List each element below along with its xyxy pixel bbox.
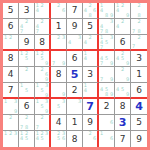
cell-r2c2[interactable]: 247	[19, 19, 35, 35]
cell-r5c4[interactable]: 8	[51, 67, 67, 83]
given-digit: 2	[72, 86, 78, 95]
cell-r9c4[interactable]: 2356	[51, 131, 67, 147]
pencil-marks: 1245	[19, 131, 34, 147]
cell-r3c2[interactable]: 9	[19, 35, 35, 51]
cell-r1c9[interactable]: 28	[131, 3, 147, 19]
given-digit: 1	[72, 118, 78, 127]
given-digit: 1	[136, 70, 142, 79]
cell-r7c3[interactable]: 1359	[35, 99, 51, 115]
cell-r1c2[interactable]: 3	[19, 3, 35, 19]
entry-digit: 4	[135, 101, 143, 112]
pencil-marks: 1249	[115, 3, 130, 18]
pencil-marks: 278	[19, 115, 34, 130]
pencil-marks: 24	[115, 19, 130, 34]
cell-r1c1[interactable]: 5	[3, 3, 19, 19]
cell-r2c3[interactable]: 247	[35, 19, 51, 35]
cell-r3c7[interactable]: 13457	[99, 35, 115, 51]
pencil-marks: 3	[67, 99, 82, 114]
given-digit: 6	[120, 38, 126, 47]
pencil-marks: 247	[19, 19, 34, 34]
pencil-marks: 79	[99, 67, 114, 82]
given-digit: 5	[136, 118, 142, 127]
cell-r4c7[interactable]: 4579	[99, 51, 115, 67]
given-digit: 9	[136, 135, 142, 144]
cell-r8c1[interactable]: 2	[3, 115, 19, 131]
cell-r7c8[interactable]: 8	[115, 99, 131, 115]
cell-r1c5[interactable]: 7	[67, 3, 83, 19]
cell-r6c4[interactable]: 9	[51, 83, 67, 99]
given-digit: 6	[72, 54, 78, 63]
given-digit: 3	[136, 54, 142, 63]
cell-r6c1[interactable]: 7	[3, 83, 19, 99]
entry-digit: 3	[119, 117, 127, 128]
pencil-marks: 4589	[99, 83, 114, 97]
cell-r5c7[interactable]: 79	[99, 67, 115, 83]
pencil-marks: 6	[99, 115, 114, 130]
cell-r1c6[interactable]: 2468	[83, 3, 99, 19]
cell-r8c4[interactable]: 4	[51, 115, 67, 131]
cell-r9c7[interactable]: 16	[99, 131, 115, 147]
pencil-marks: 1489	[99, 3, 114, 18]
pencil-marks: 1359	[35, 99, 49, 114]
given-digit: 5	[87, 22, 93, 31]
pencil-marks: 2459	[115, 51, 130, 66]
given-digit: 8	[8, 54, 14, 63]
given-digit: 4	[8, 70, 14, 79]
given-digit: 9	[87, 118, 93, 127]
pencil-marks: 15	[19, 83, 34, 97]
pencil-marks: 13457	[99, 35, 114, 49]
cell-r5c5[interactable]: 5	[67, 67, 83, 83]
pencil-marks: 124	[35, 3, 49, 18]
cell-r7c7[interactable]: 2	[99, 99, 115, 115]
given-digit: 9	[24, 38, 30, 47]
pencil-marks: 2	[19, 67, 34, 82]
cell-r8c3[interactable]: 27	[35, 115, 51, 131]
given-digit: 8	[39, 38, 45, 47]
given-digit: 8	[56, 70, 62, 79]
pencil-marks: 2	[3, 115, 18, 130]
pencil-marks: 35	[51, 99, 66, 114]
cell-r5c2[interactable]: 2	[19, 67, 35, 83]
cell-r3c9[interactable]: 27	[131, 35, 147, 51]
given-digit: 7	[120, 135, 126, 144]
cell-r3c8[interactable]: 6	[115, 35, 131, 51]
cell-r9c5[interactable]: 8	[67, 131, 83, 147]
cell-r6c9[interactable]: 6	[131, 83, 147, 99]
entry-digit: 7	[86, 101, 94, 112]
cell-r6c7[interactable]: 4589	[99, 83, 115, 99]
cell-r3c6[interactable]: 24	[83, 35, 99, 51]
cell-r7c6[interactable]: 7	[83, 99, 99, 115]
cell-r7c5[interactable]: 3	[67, 99, 83, 115]
cell-r7c9[interactable]: 4	[131, 99, 147, 115]
pencil-marks: 4579	[99, 51, 114, 66]
cell-r8c8[interactable]: 3	[115, 115, 131, 131]
given-digit: 2	[104, 102, 110, 111]
pencil-marks: 278	[131, 19, 147, 34]
sudoku-board: 5312426724681489124928624724719534782427…	[0, 0, 150, 150]
cell-r2c1[interactable]: 6	[3, 19, 19, 35]
cell-r2c6[interactable]: 5	[83, 19, 99, 35]
pencil-marks: 12345	[35, 131, 49, 147]
cell-r6c2[interactable]: 15	[19, 83, 35, 99]
cell-r8c7[interactable]: 6	[99, 115, 115, 131]
given-digit: 6	[8, 22, 14, 31]
given-digit: 7	[72, 6, 78, 15]
cell-r2c8[interactable]: 24	[115, 19, 131, 35]
pencil-marks: 125	[19, 51, 34, 66]
cell-r7c2[interactable]: 6	[19, 99, 35, 115]
pencil-marks: 27	[131, 35, 147, 49]
given-digit: 3	[24, 6, 30, 15]
entry-digit: 5	[71, 69, 79, 80]
pencil-marks: 1359	[35, 83, 49, 97]
pencil-marks: 27	[35, 115, 49, 130]
given-digit: 3	[87, 70, 93, 79]
cell-r9c6[interactable]: 26	[83, 131, 99, 147]
cell-r5c1[interactable]: 4	[3, 67, 19, 83]
cell-r1c4[interactable]: 26	[51, 3, 67, 19]
pencil-marks: 459	[115, 83, 130, 97]
pencil-marks: 3478	[99, 19, 114, 34]
pencil-marks: 123	[3, 131, 18, 147]
cell-r1c8[interactable]: 1249	[115, 3, 131, 19]
cell-r6c3[interactable]: 1359	[35, 83, 51, 99]
pencil-marks: 247	[35, 19, 49, 34]
cell-r7c1[interactable]: 139	[3, 99, 19, 115]
cell-r8c2[interactable]: 278	[19, 115, 35, 131]
pencil-marks: 14	[83, 51, 97, 66]
pencil-marks: 79	[51, 51, 66, 66]
cell-r5c6[interactable]: 3	[83, 67, 99, 83]
cell-r9c8[interactable]: 7	[115, 131, 131, 147]
cell-r2c5[interactable]: 9	[67, 19, 83, 35]
given-digit: 1	[56, 22, 62, 31]
cell-r4c5[interactable]: 6	[67, 51, 83, 67]
cell-r1c3[interactable]: 124	[35, 3, 51, 19]
pencil-marks: 14	[83, 83, 97, 97]
cell-r8c6[interactable]: 9	[83, 115, 99, 131]
given-digit: 5	[8, 6, 14, 15]
given-digit: 6	[24, 102, 30, 111]
given-digit: 6	[136, 86, 142, 95]
given-digit: 7	[8, 86, 14, 95]
given-digit: 9	[72, 22, 78, 31]
cell-r4c3[interactable]: 1259	[35, 51, 51, 67]
cell-r8c5[interactable]: 1	[67, 115, 83, 131]
cell-r5c3[interactable]: 269	[35, 67, 51, 83]
given-digit: 8	[120, 102, 126, 111]
given-digit: 4	[56, 118, 62, 127]
pencil-marks: 26	[83, 131, 97, 147]
cell-r9c9[interactable]: 9	[131, 131, 147, 147]
pencil-marks: 2356	[51, 131, 66, 147]
cell-r2c4[interactable]: 1	[51, 19, 67, 35]
cell-r1c7[interactable]: 1489	[99, 3, 115, 19]
pencil-marks: 2468	[83, 3, 97, 18]
cell-r4c6[interactable]: 14	[83, 51, 99, 67]
pencil-marks: 29	[115, 67, 130, 82]
pencil-marks: 28	[131, 3, 147, 18]
cell-r3c3[interactable]: 8	[35, 35, 51, 51]
cell-r3c5[interactable]: 34	[67, 35, 83, 51]
pencil-marks: 269	[35, 67, 49, 82]
cell-r4c9[interactable]: 3	[131, 51, 147, 67]
given-digit: 8	[72, 135, 78, 144]
cell-r9c3[interactable]: 12345	[35, 131, 51, 147]
cell-r8c9[interactable]: 5	[131, 115, 147, 131]
pencil-marks: 23	[51, 35, 66, 49]
cell-r2c9[interactable]: 278	[131, 19, 147, 35]
cell-r7c4[interactable]: 35	[51, 99, 67, 115]
pencil-marks: 1259	[35, 51, 49, 66]
cell-r4c4[interactable]: 79	[51, 51, 67, 67]
cell-r5c8[interactable]: 29	[115, 67, 131, 83]
pencil-marks: 34	[67, 35, 82, 49]
cell-r4c8[interactable]: 2459	[115, 51, 131, 67]
pencil-marks: 24	[83, 35, 97, 49]
pencil-marks: 12	[3, 35, 18, 49]
cell-r4c2[interactable]: 125	[19, 51, 35, 67]
pencil-marks: 139	[3, 99, 18, 114]
cell-r6c6[interactable]: 14	[83, 83, 99, 99]
pencil-marks: 9	[51, 83, 66, 97]
cell-r9c2[interactable]: 1245	[19, 131, 35, 147]
cell-r2c7[interactable]: 3478	[99, 19, 115, 35]
pencil-marks: 16	[99, 131, 114, 147]
cell-r6c8[interactable]: 459	[115, 83, 131, 99]
cell-r6c5[interactable]: 2	[67, 83, 83, 99]
cell-r4c1[interactable]: 8	[3, 51, 19, 67]
cell-r3c4[interactable]: 23	[51, 35, 67, 51]
cell-r5c9[interactable]: 1	[131, 67, 147, 83]
pencil-marks: 26	[51, 3, 66, 18]
cell-r3c1[interactable]: 12	[3, 35, 19, 51]
cell-r9c1[interactable]: 123	[3, 131, 19, 147]
